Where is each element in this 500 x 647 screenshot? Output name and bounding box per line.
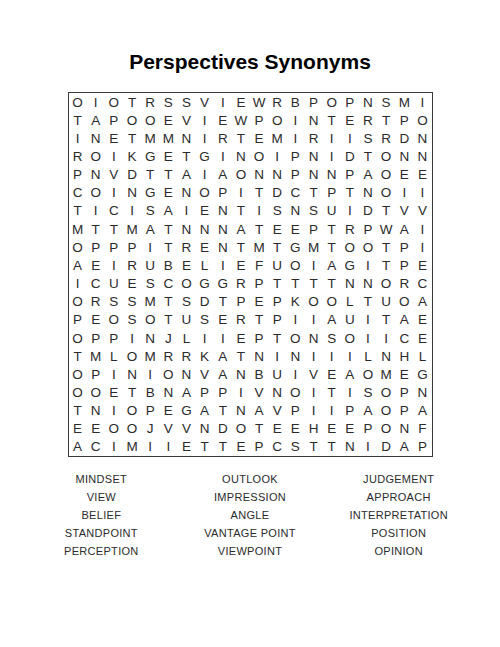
grid-cell-r7c3: C <box>105 202 123 220</box>
grid-cell-r9c9: N <box>214 238 232 256</box>
grid-cell-r10c14: I <box>304 256 322 274</box>
grid-cell-r4c8: G <box>196 147 214 165</box>
grid-cell-r5c13: P <box>286 166 304 184</box>
grid-cell-r10c15: A <box>323 256 341 274</box>
grid-cell-r1c1: O <box>69 93 87 111</box>
grid-cell-r20c18: D <box>377 438 395 456</box>
grid-cell-r6c20: I <box>413 184 431 202</box>
grid-cell-r13c19: A <box>395 311 413 329</box>
grid-cell-r1c19: M <box>395 93 413 111</box>
grid-cell-r12c10: P <box>232 293 250 311</box>
grid-cell-r18c8: A <box>196 402 214 420</box>
grid-cell-r2c20: O <box>413 111 431 129</box>
grid-cell-r18c15: I <box>323 402 341 420</box>
grid-cell-r11c2: C <box>87 274 105 292</box>
grid-cell-r20c17: I <box>359 438 377 456</box>
grid-cell-r9c5: I <box>141 238 159 256</box>
grid-cell-r18c5: P <box>141 402 159 420</box>
grid-cell-r19c11: T <box>250 420 268 438</box>
grid-cell-r5c11: N <box>250 166 268 184</box>
grid-cell-r17c16: I <box>341 383 359 401</box>
grid-cell-r8c4: M <box>123 220 141 238</box>
grid-cell-r4c1: R <box>69 147 87 165</box>
grid-cell-r1c4: T <box>123 93 141 111</box>
grid-cell-r17c19: P <box>395 383 413 401</box>
grid-cell-r5c7: A <box>177 166 195 184</box>
grid-cell-r7c14: S <box>304 202 322 220</box>
word-list-item: PERCEPTION <box>27 542 176 560</box>
grid-cell-r16c9: A <box>214 365 232 383</box>
grid-cell-r2c11: P <box>250 111 268 129</box>
grid-cell-r13c3: O <box>105 311 123 329</box>
grid-cell-r9c19: P <box>395 238 413 256</box>
grid-cell-r15c12: I <box>268 347 286 365</box>
grid-cell-r19c7: V <box>177 420 195 438</box>
grid-cell-r8c10: A <box>232 220 250 238</box>
grid-cell-r15c7: R <box>177 347 195 365</box>
grid-cell-r2c9: E <box>214 111 232 129</box>
grid-cell-r20c11: P <box>250 438 268 456</box>
grid-cell-r20c13: S <box>286 438 304 456</box>
grid-cell-r3c18: R <box>377 129 395 147</box>
grid-cell-r17c15: T <box>323 383 341 401</box>
grid-cell-r4c5: G <box>141 147 159 165</box>
grid-cell-r4c10: N <box>232 147 250 165</box>
grid-cell-r8c15: T <box>323 220 341 238</box>
grid-cell-r15c5: M <box>141 347 159 365</box>
grid-cell-r15c17: L <box>359 347 377 365</box>
grid-cell-r7c2: I <box>87 202 105 220</box>
grid-cell-r18c18: O <box>377 402 395 420</box>
grid-cell-r10c20: E <box>413 256 431 274</box>
grid-cell-r3c20: N <box>413 129 431 147</box>
grid-cell-r11c10: R <box>232 274 250 292</box>
grid-cell-r11c6: C <box>159 274 177 292</box>
grid-cell-r6c12: D <box>268 184 286 202</box>
grid-cell-r16c16: A <box>341 365 359 383</box>
grid-cell-r9c1: O <box>69 238 87 256</box>
grid-cell-r5c2: N <box>87 166 105 184</box>
grid-cell-r3c2: N <box>87 129 105 147</box>
grid-cell-r6c8: O <box>196 184 214 202</box>
grid-cell-r13c6: T <box>159 311 177 329</box>
grid-cell-r13c9: E <box>214 311 232 329</box>
grid-cell-r9c20: I <box>413 238 431 256</box>
grid-cell-r19c8: N <box>196 420 214 438</box>
grid-cell-r19c15: E <box>323 420 341 438</box>
grid-cell-r4c15: I <box>323 147 341 165</box>
grid-cell-r11c13: T <box>286 274 304 292</box>
grid-cell-r18c7: G <box>177 402 195 420</box>
grid-cell-r14c8: I <box>196 329 214 347</box>
grid-cell-r20c4: M <box>123 438 141 456</box>
grid-cell-r15c11: N <box>250 347 268 365</box>
word-list-item: JUDGEMENT <box>324 470 473 488</box>
grid-cell-r10c11: F <box>250 256 268 274</box>
grid-cell-r17c20: N <box>413 383 431 401</box>
grid-cell-r8c18: W <box>377 220 395 238</box>
grid-cell-r12c14: O <box>304 293 322 311</box>
grid-cell-r9c10: T <box>232 238 250 256</box>
grid-cell-r11c12: T <box>268 274 286 292</box>
grid-cell-r20c7: E <box>177 438 195 456</box>
word-list-item: VANTAGE POINT <box>176 524 325 542</box>
grid-cell-r13c5: O <box>141 311 159 329</box>
grid-cell-r7c15: U <box>323 202 341 220</box>
grid-cell-r6c5: G <box>141 184 159 202</box>
grid-cell-r17c11: V <box>250 383 268 401</box>
grid-cell-r19c12: E <box>268 420 286 438</box>
grid-cell-r2c18: T <box>377 111 395 129</box>
grid-cell-r2c13: I <box>286 111 304 129</box>
grid-cell-r14c20: E <box>413 329 431 347</box>
grid-cell-r20c5: I <box>141 438 159 456</box>
word-list-item: ANGLE <box>176 506 325 524</box>
grid-cell-r16c20: G <box>413 365 431 383</box>
grid-cell-r4c19: N <box>395 147 413 165</box>
grid-cell-r2c12: O <box>268 111 286 129</box>
grid-cell-r1c15: O <box>323 93 341 111</box>
grid-cell-r5c8: I <box>196 166 214 184</box>
grid-cell-r9c3: P <box>105 238 123 256</box>
grid-cell-r18c13: P <box>286 402 304 420</box>
grid-cell-r14c7: L <box>177 329 195 347</box>
grid-cell-r1c17: N <box>359 93 377 111</box>
grid-cell-r14c5: N <box>141 329 159 347</box>
grid-cell-r14c3: P <box>105 329 123 347</box>
grid-cell-r10c17: I <box>359 256 377 274</box>
grid-cell-r10c18: T <box>377 256 395 274</box>
word-list-item: OPINION <box>324 542 473 560</box>
word-list-item: BELIEF <box>27 506 176 524</box>
grid-cell-r7c9: N <box>214 202 232 220</box>
grid-cell-r14c18: I <box>377 329 395 347</box>
grid-cell-r8c11: T <box>250 220 268 238</box>
grid-cell-r2c14: N <box>304 111 322 129</box>
grid-cell-r16c11: B <box>250 365 268 383</box>
grid-cell-r14c4: I <box>123 329 141 347</box>
grid-cell-r3c8: I <box>196 129 214 147</box>
grid-cell-r1c3: O <box>105 93 123 111</box>
grid-cell-r6c10: I <box>232 184 250 202</box>
grid-cell-r18c1: T <box>69 402 87 420</box>
grid-cell-r3c1: I <box>69 129 87 147</box>
grid-cell-r16c17: O <box>359 365 377 383</box>
grid-cell-r14c14: N <box>304 329 322 347</box>
grid-cell-r16c19: E <box>395 365 413 383</box>
grid-cell-r14c12: T <box>268 329 286 347</box>
grid-cell-r20c2: C <box>87 438 105 456</box>
grid-cell-r3c3: E <box>105 129 123 147</box>
grid-cell-r18c16: P <box>341 402 359 420</box>
grid-cell-r7c4: I <box>123 202 141 220</box>
grid-cell-r16c2: P <box>87 365 105 383</box>
grid-cell-r11c20: C <box>413 274 431 292</box>
grid-cell-r16c13: I <box>286 365 304 383</box>
grid-cell-r12c1: O <box>69 293 87 311</box>
grid-cell-r12c2: R <box>87 293 105 311</box>
grid-cell-r19c14: H <box>304 420 322 438</box>
grid-cell-r7c12: S <box>268 202 286 220</box>
grid-cell-r6c9: P <box>214 184 232 202</box>
grid-cell-r11c7: O <box>177 274 195 292</box>
word-list: MINDSETVIEWBELIEFSTANDPOINTPERCEPTION OU… <box>27 470 473 560</box>
grid-cell-r5c19: E <box>395 166 413 184</box>
grid-cell-r8c16: R <box>341 220 359 238</box>
grid-cell-r3c11: E <box>250 129 268 147</box>
grid-cell-r2c17: R <box>359 111 377 129</box>
grid-cell-r20c12: C <box>268 438 286 456</box>
grid-cell-r15c9: A <box>214 347 232 365</box>
grid-cell-r13c11: T <box>250 311 268 329</box>
grid-cell-r7c1: T <box>69 202 87 220</box>
grid-cell-r3c5: M <box>141 129 159 147</box>
grid-cell-r6c17: N <box>359 184 377 202</box>
grid-cell-r1c8: V <box>196 93 214 111</box>
grid-cell-r3c16: I <box>341 129 359 147</box>
grid-cell-r4c13: P <box>286 147 304 165</box>
grid-cell-r4c11: O <box>250 147 268 165</box>
grid-cell-r11c4: E <box>123 274 141 292</box>
grid-cell-r7c6: A <box>159 202 177 220</box>
grid-cell-r8c6: T <box>159 220 177 238</box>
grid-cell-r8c2: T <box>87 220 105 238</box>
grid-cell-r17c1: O <box>69 383 87 401</box>
grid-cell-r5c15: N <box>323 166 341 184</box>
grid-cell-r9c7: R <box>177 238 195 256</box>
grid-cell-r5c16: P <box>341 166 359 184</box>
grid-cell-r3c13: I <box>286 129 304 147</box>
grid-cell-r3c19: D <box>395 129 413 147</box>
grid-cell-r11c3: U <box>105 274 123 292</box>
grid-cell-r8c7: N <box>177 220 195 238</box>
word-list-item: APPROACH <box>324 488 473 506</box>
grid-cell-r10c16: G <box>341 256 359 274</box>
grid-cell-r5c10: O <box>232 166 250 184</box>
grid-cell-r2c7: V <box>177 111 195 129</box>
grid-cell-r10c2: E <box>87 256 105 274</box>
grid-cell-r13c16: U <box>341 311 359 329</box>
grid-cell-r13c2: E <box>87 311 105 329</box>
grid-cell-r4c12: I <box>268 147 286 165</box>
grid-cell-r11c9: G <box>214 274 232 292</box>
grid-cell-r6c6: E <box>159 184 177 202</box>
grid-cell-r11c5: S <box>141 274 159 292</box>
grid-cell-r16c1: O <box>69 365 87 383</box>
grid-cell-r1c14: P <box>304 93 322 111</box>
grid-cell-r3c4: T <box>123 129 141 147</box>
grid-cell-r11c8: G <box>196 274 214 292</box>
grid-cell-r7c7: I <box>177 202 195 220</box>
grid-cell-r6c13: C <box>286 184 304 202</box>
grid-cell-r19c1: E <box>69 420 87 438</box>
grid-cell-r15c19: H <box>395 347 413 365</box>
grid-cell-r6c7: N <box>177 184 195 202</box>
grid-cell-r2c16: E <box>341 111 359 129</box>
grid-cell-r7c18: T <box>377 202 395 220</box>
grid-cell-r16c7: N <box>177 365 195 383</box>
grid-cell-r16c4: N <box>123 365 141 383</box>
grid-cell-r16c8: V <box>196 365 214 383</box>
grid-cell-r3c9: R <box>214 129 232 147</box>
grid-cell-r17c13: O <box>286 383 304 401</box>
grid-cell-r16c5: I <box>141 365 159 383</box>
grid-cell-r13c13: I <box>286 311 304 329</box>
word-column-2: OUTLOOKIMPRESSIONANGLEVANTAGE POINTVIEWP… <box>176 470 325 560</box>
grid-cell-r15c8: K <box>196 347 214 365</box>
grid-cell-r18c6: E <box>159 402 177 420</box>
grid-cell-r14c6: J <box>159 329 177 347</box>
grid-cell-r8c19: A <box>395 220 413 238</box>
grid-cell-r14c11: P <box>250 329 268 347</box>
grid-cell-r20c10: E <box>232 438 250 456</box>
grid-cell-r5c17: A <box>359 166 377 184</box>
grid-cell-r12c17: T <box>359 293 377 311</box>
grid-cell-r6c16: T <box>341 184 359 202</box>
grid-cell-r18c20: A <box>413 402 431 420</box>
grid-cell-r4c2: O <box>87 147 105 165</box>
grid-cell-r19c2: E <box>87 420 105 438</box>
grid-cell-r2c8: I <box>196 111 214 129</box>
grid-cell-r9c11: M <box>250 238 268 256</box>
grid-cell-r6c18: O <box>377 184 395 202</box>
grid-cell-r15c10: T <box>232 347 250 365</box>
grid-cell-r9c13: G <box>286 238 304 256</box>
grid-cell-r1c9: I <box>214 93 232 111</box>
grid-cell-r17c8: P <box>196 383 214 401</box>
grid-cell-r12c8: D <box>196 293 214 311</box>
grid-cell-r5c9: A <box>214 166 232 184</box>
grid-cell-r15c1: T <box>69 347 87 365</box>
grid-cell-r7c8: E <box>196 202 214 220</box>
grid-cell-r9c18: T <box>377 238 395 256</box>
grid-cell-r5c18: O <box>377 166 395 184</box>
grid-cell-r11c14: T <box>304 274 322 292</box>
grid-cell-r17c3: E <box>105 383 123 401</box>
grid-cell-r19c9: D <box>214 420 232 438</box>
word-list-item: STANDPOINT <box>27 524 176 542</box>
grid-cell-r7c11: I <box>250 202 268 220</box>
grid-cell-r9c8: E <box>196 238 214 256</box>
grid-cell-r20c6: I <box>159 438 177 456</box>
grid-cell-r10c9: I <box>214 256 232 274</box>
grid-cell-r13c12: P <box>268 311 286 329</box>
grid-cell-r5c12: N <box>268 166 286 184</box>
grid-cell-r13c14: I <box>304 311 322 329</box>
grid-cell-r4c7: T <box>177 147 195 165</box>
grid-cell-r10c5: U <box>141 256 159 274</box>
grid-cell-r17c18: O <box>377 383 395 401</box>
grid-cell-r18c9: T <box>214 402 232 420</box>
grid-cell-r20c16: N <box>341 438 359 456</box>
grid-cell-r17c6: N <box>159 383 177 401</box>
grid-cell-r2c1: T <box>69 111 87 129</box>
grid-cell-r20c9: T <box>214 438 232 456</box>
grid-cell-r9c17: O <box>359 238 377 256</box>
grid-cell-r12c7: S <box>177 293 195 311</box>
grid-cell-r19c19: N <box>395 420 413 438</box>
grid-cell-r15c2: M <box>87 347 105 365</box>
grid-cell-r8c8: N <box>196 220 214 238</box>
grid-cell-r16c3: I <box>105 365 123 383</box>
grid-cell-r13c1: P <box>69 311 87 329</box>
grid-cell-r15c15: I <box>323 347 341 365</box>
page: Perspectives Synonyms OIOTRSSVIEWRBPOPNS… <box>0 0 500 647</box>
grid-cell-r14c9: I <box>214 329 232 347</box>
grid-cell-r3c12: M <box>268 129 286 147</box>
grid-cell-r6c2: O <box>87 184 105 202</box>
grid-cell-r18c14: I <box>304 402 322 420</box>
grid-cell-r17c7: A <box>177 383 195 401</box>
grid-cell-r2c2: A <box>87 111 105 129</box>
grid-cell-r12c9: T <box>214 293 232 311</box>
grid-cell-r5c5: T <box>141 166 159 184</box>
grid-cell-r14c19: C <box>395 329 413 347</box>
word-list-item: VIEW <box>27 488 176 506</box>
grid-cell-r11c18: O <box>377 274 395 292</box>
grid-cell-r13c8: S <box>196 311 214 329</box>
grid-cell-r19c5: J <box>141 420 159 438</box>
grid-cell-r13c4: S <box>123 311 141 329</box>
grid-cell-r4c6: E <box>159 147 177 165</box>
grid-cell-r3c14: R <box>304 129 322 147</box>
grid-cell-r8c1: M <box>69 220 87 238</box>
word-list-item: MINDSET <box>27 470 176 488</box>
grid-cell-r14c16: O <box>341 329 359 347</box>
grid-cell-r1c11: W <box>250 93 268 111</box>
grid-cell-r10c1: A <box>69 256 87 274</box>
grid-cell-r15c18: N <box>377 347 395 365</box>
grid-cell-r20c3: I <box>105 438 123 456</box>
grid-cell-r12c18: U <box>377 293 395 311</box>
grid-cell-r8c13: E <box>286 220 304 238</box>
grid-cell-r3c10: T <box>232 129 250 147</box>
grid-cell-r8c3: T <box>105 220 123 238</box>
grid-cell-r10c4: R <box>123 256 141 274</box>
word-list-item: INTERPRETATION <box>324 506 473 524</box>
grid-cell-r6c11: T <box>250 184 268 202</box>
grid-cell-r16c10: N <box>232 365 250 383</box>
word-column-3: JUDGEMENTAPPROACHINTERPRETATIONPOSITIONO… <box>324 470 473 560</box>
grid-cell-r18c2: N <box>87 402 105 420</box>
grid-cell-r13c15: A <box>323 311 341 329</box>
grid-cell-r17c2: O <box>87 383 105 401</box>
grid-cell-r12c13: K <box>286 293 304 311</box>
grid-cell-r6c1: C <box>69 184 87 202</box>
grid-cell-r4c3: I <box>105 147 123 165</box>
grid-cell-r15c4: O <box>123 347 141 365</box>
grid-cell-r20c1: A <box>69 438 87 456</box>
grid-cell-r5c6: T <box>159 166 177 184</box>
grid-cell-r13c7: U <box>177 311 195 329</box>
grid-cell-r8c20: I <box>413 220 431 238</box>
grid-cell-r17c4: T <box>123 383 141 401</box>
grid-cell-r11c1: I <box>69 274 87 292</box>
grid-cell-r1c6: S <box>159 93 177 111</box>
grid-cell-r14c2: P <box>87 329 105 347</box>
grid-cell-r4c18: O <box>377 147 395 165</box>
grid-cell-r12c15: O <box>323 293 341 311</box>
grid-cell-r1c7: S <box>177 93 195 111</box>
grid-cell-r17c14: I <box>304 383 322 401</box>
grid-cell-r19c17: P <box>359 420 377 438</box>
grid-cell-r8c14: P <box>304 220 322 238</box>
grid-cell-r15c13: N <box>286 347 304 365</box>
grid-cell-r17c5: B <box>141 383 159 401</box>
grid-cell-r6c3: I <box>105 184 123 202</box>
grid-cell-r13c20: E <box>413 311 431 329</box>
grid-cell-r15c6: R <box>159 347 177 365</box>
